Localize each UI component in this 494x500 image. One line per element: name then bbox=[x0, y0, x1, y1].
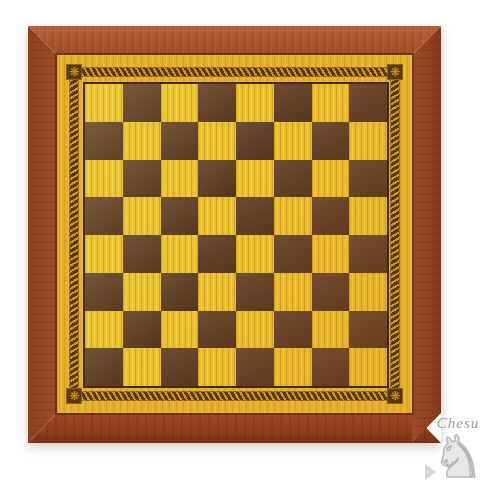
square-g1[interactable] bbox=[312, 348, 350, 386]
ornament-corner-bottom-right: ❋ bbox=[387, 388, 403, 404]
square-h1[interactable] bbox=[349, 348, 387, 386]
ornament-corner-bottom-left: ❋ bbox=[66, 388, 82, 404]
square-c4[interactable] bbox=[161, 235, 199, 273]
square-d2[interactable] bbox=[198, 311, 236, 349]
square-b5[interactable] bbox=[123, 197, 161, 235]
ornament-band-bottom bbox=[81, 391, 388, 401]
square-g3[interactable] bbox=[312, 273, 350, 311]
square-h5[interactable] bbox=[349, 197, 387, 235]
square-f7[interactable] bbox=[274, 122, 312, 160]
square-c3[interactable] bbox=[161, 273, 199, 311]
square-f8[interactable] bbox=[274, 84, 312, 122]
square-e6[interactable] bbox=[236, 160, 274, 198]
ornament-corner-top-left: ❋ bbox=[66, 64, 82, 80]
square-f5[interactable] bbox=[274, 197, 312, 235]
square-e5[interactable] bbox=[236, 197, 274, 235]
palmette-ornament-icon: ❋ bbox=[390, 390, 400, 402]
square-c6[interactable] bbox=[161, 160, 199, 198]
square-a4[interactable] bbox=[85, 235, 123, 273]
square-e1[interactable] bbox=[236, 348, 274, 386]
square-c5[interactable] bbox=[161, 197, 199, 235]
square-b7[interactable] bbox=[123, 122, 161, 160]
square-a2[interactable] bbox=[85, 311, 123, 349]
square-h7[interactable] bbox=[349, 122, 387, 160]
square-e2[interactable] bbox=[236, 311, 274, 349]
square-d7[interactable] bbox=[198, 122, 236, 160]
chessboard-grid bbox=[83, 82, 389, 388]
square-g7[interactable] bbox=[312, 122, 350, 160]
square-e3[interactable] bbox=[236, 273, 274, 311]
square-g4[interactable] bbox=[312, 235, 350, 273]
square-h3[interactable] bbox=[349, 273, 387, 311]
square-b6[interactable] bbox=[123, 160, 161, 198]
palmette-ornament-icon: ❋ bbox=[69, 66, 79, 78]
board-field: ❋ ❋ ❋ ❋ bbox=[57, 55, 412, 413]
square-c2[interactable] bbox=[161, 311, 199, 349]
watermark: Chesu ♞ bbox=[424, 415, 492, 485]
square-h8[interactable] bbox=[349, 84, 387, 122]
watermark-triangle-shape bbox=[425, 464, 436, 480]
palmette-ornament-icon: ❋ bbox=[69, 390, 79, 402]
square-b1[interactable] bbox=[123, 348, 161, 386]
square-a3[interactable] bbox=[85, 273, 123, 311]
ornament-band-left bbox=[69, 79, 79, 389]
square-d8[interactable] bbox=[198, 84, 236, 122]
frame-right-rail bbox=[412, 26, 441, 443]
square-h6[interactable] bbox=[349, 160, 387, 198]
square-a6[interactable] bbox=[85, 160, 123, 198]
ornament-corner-top-right: ❋ bbox=[387, 64, 403, 80]
square-g8[interactable] bbox=[312, 84, 350, 122]
square-d5[interactable] bbox=[198, 197, 236, 235]
square-h2[interactable] bbox=[349, 311, 387, 349]
square-g5[interactable] bbox=[312, 197, 350, 235]
square-h4[interactable] bbox=[349, 235, 387, 273]
square-a5[interactable] bbox=[85, 197, 123, 235]
ornament-band-top bbox=[81, 67, 388, 77]
square-f4[interactable] bbox=[274, 235, 312, 273]
square-a8[interactable] bbox=[85, 84, 123, 122]
square-g2[interactable] bbox=[312, 311, 350, 349]
ornament-band-right bbox=[390, 79, 400, 389]
square-d3[interactable] bbox=[198, 273, 236, 311]
square-b2[interactable] bbox=[123, 311, 161, 349]
square-f2[interactable] bbox=[274, 311, 312, 349]
square-g6[interactable] bbox=[312, 160, 350, 198]
frame-left-rail bbox=[28, 26, 57, 443]
square-d1[interactable] bbox=[198, 348, 236, 386]
square-c8[interactable] bbox=[161, 84, 199, 122]
square-c1[interactable] bbox=[161, 348, 199, 386]
square-d4[interactable] bbox=[198, 235, 236, 273]
square-a7[interactable] bbox=[85, 122, 123, 160]
frame-top-rail bbox=[28, 26, 441, 55]
square-b4[interactable] bbox=[123, 235, 161, 273]
square-c7[interactable] bbox=[161, 122, 199, 160]
square-f6[interactable] bbox=[274, 160, 312, 198]
chessboard-frame: ❋ ❋ ❋ ❋ bbox=[28, 26, 441, 443]
square-f1[interactable] bbox=[274, 348, 312, 386]
product-photo: ❋ ❋ ❋ ❋ Chesu ♞ bbox=[0, 0, 494, 500]
square-b8[interactable] bbox=[123, 84, 161, 122]
square-a1[interactable] bbox=[85, 348, 123, 386]
palmette-ornament-icon: ❋ bbox=[390, 66, 400, 78]
square-d6[interactable] bbox=[198, 160, 236, 198]
square-f3[interactable] bbox=[274, 273, 312, 311]
square-e4[interactable] bbox=[236, 235, 274, 273]
square-e7[interactable] bbox=[236, 122, 274, 160]
square-e8[interactable] bbox=[236, 84, 274, 122]
frame-bottom-rail bbox=[28, 413, 441, 443]
square-b3[interactable] bbox=[123, 273, 161, 311]
